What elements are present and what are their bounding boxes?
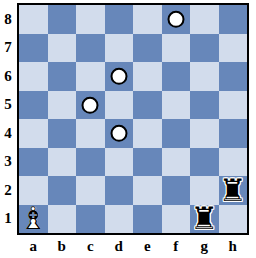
square-b7[interactable] — [48, 34, 77, 63]
square-d5[interactable] — [105, 91, 134, 120]
square-f6[interactable] — [162, 62, 191, 91]
square-c8[interactable] — [76, 5, 105, 34]
square-g5[interactable] — [190, 91, 219, 120]
square-g4[interactable] — [190, 119, 219, 148]
square-e7[interactable] — [133, 34, 162, 63]
square-b3[interactable] — [48, 148, 77, 177]
square-e3[interactable] — [133, 148, 162, 177]
rank-label-8: 8 — [0, 5, 16, 34]
rank-label-7: 7 — [0, 34, 16, 63]
square-f1[interactable] — [162, 205, 191, 234]
rank-label-4: 4 — [0, 119, 16, 148]
square-a3[interactable] — [19, 148, 48, 177]
square-c3[interactable] — [76, 148, 105, 177]
square-g1[interactable]: ♜ — [190, 205, 219, 234]
square-a4[interactable] — [19, 119, 48, 148]
square-d8[interactable] — [105, 5, 134, 34]
square-e1[interactable] — [133, 205, 162, 234]
square-g3[interactable] — [190, 148, 219, 177]
square-e4[interactable] — [133, 119, 162, 148]
square-e8[interactable] — [133, 5, 162, 34]
square-g7[interactable] — [190, 34, 219, 63]
square-f3[interactable] — [162, 148, 191, 177]
chess-board: ♜♝♗♜ — [17, 3, 249, 235]
square-c4[interactable] — [76, 119, 105, 148]
file-label-f: f — [162, 237, 191, 256]
square-h3[interactable] — [219, 148, 248, 177]
ball-d4[interactable] — [110, 125, 127, 142]
square-b5[interactable] — [48, 91, 77, 120]
square-d4[interactable] — [105, 119, 134, 148]
black-rook-h2[interactable]: ♜ — [219, 176, 248, 205]
square-a5[interactable] — [19, 91, 48, 120]
square-a1[interactable]: ♝♗ — [19, 205, 48, 234]
square-g6[interactable] — [190, 62, 219, 91]
square-f4[interactable] — [162, 119, 191, 148]
square-h7[interactable] — [219, 34, 248, 63]
square-c2[interactable] — [76, 176, 105, 205]
square-a7[interactable] — [19, 34, 48, 63]
square-c1[interactable] — [76, 205, 105, 234]
square-g8[interactable] — [190, 5, 219, 34]
file-label-h: h — [219, 237, 248, 256]
square-h4[interactable] — [219, 119, 248, 148]
file-label-a: a — [19, 237, 48, 256]
rank-label-1: 1 — [0, 205, 16, 234]
file-label-c: c — [76, 237, 105, 256]
square-b4[interactable] — [48, 119, 77, 148]
square-d7[interactable] — [105, 34, 134, 63]
white-bishop-fill-a1: ♝ — [19, 205, 48, 234]
square-h2[interactable]: ♜ — [219, 176, 248, 205]
square-a2[interactable] — [19, 176, 48, 205]
square-b2[interactable] — [48, 176, 77, 205]
rank-label-3: 3 — [0, 148, 16, 177]
square-c7[interactable] — [76, 34, 105, 63]
rank-labels: 87654321 — [0, 5, 16, 233]
square-c6[interactable] — [76, 62, 105, 91]
file-label-d: d — [105, 237, 134, 256]
ball-d6[interactable] — [110, 68, 127, 85]
square-f5[interactable] — [162, 91, 191, 120]
square-h8[interactable] — [219, 5, 248, 34]
square-d3[interactable] — [105, 148, 134, 177]
square-h1[interactable] — [219, 205, 248, 234]
square-e2[interactable] — [133, 176, 162, 205]
square-d1[interactable] — [105, 205, 134, 234]
square-h5[interactable] — [219, 91, 248, 120]
square-g2[interactable] — [190, 176, 219, 205]
file-label-g: g — [190, 237, 219, 256]
file-labels: abcdefgh — [19, 237, 247, 256]
square-h6[interactable] — [219, 62, 248, 91]
black-rook-g1[interactable]: ♜ — [190, 205, 219, 234]
square-a8[interactable] — [19, 5, 48, 34]
square-b1[interactable] — [48, 205, 77, 234]
square-e5[interactable] — [133, 91, 162, 120]
square-e6[interactable] — [133, 62, 162, 91]
file-label-b: b — [48, 237, 77, 256]
chess-diagram: 87654321 ♜♝♗♜ abcdefgh — [0, 0, 256, 258]
white-bishop-a1[interactable]: ♗ — [19, 205, 48, 234]
square-d6[interactable] — [105, 62, 134, 91]
rank-label-2: 2 — [0, 176, 16, 205]
rank-label-6: 6 — [0, 62, 16, 91]
rank-label-5: 5 — [0, 91, 16, 120]
ball-c5[interactable] — [82, 97, 99, 114]
square-f2[interactable] — [162, 176, 191, 205]
square-c5[interactable] — [76, 91, 105, 120]
file-label-e: e — [133, 237, 162, 256]
square-b6[interactable] — [48, 62, 77, 91]
square-f8[interactable] — [162, 5, 191, 34]
square-d2[interactable] — [105, 176, 134, 205]
square-b8[interactable] — [48, 5, 77, 34]
square-f7[interactable] — [162, 34, 191, 63]
square-a6[interactable] — [19, 62, 48, 91]
ball-f8[interactable] — [167, 11, 184, 28]
